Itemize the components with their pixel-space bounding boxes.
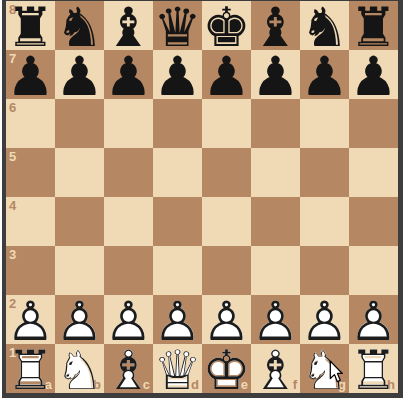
- square-c3[interactable]: [104, 246, 153, 295]
- chess-app-stage: 8♜♞♝♛♚♝♞♜7♟♟♟♟♟♟♟♟65432♟♙♟♙♟♙♟♙♟♙♟♙♟♙♟♙1…: [0, 0, 410, 402]
- square-b6[interactable]: [55, 99, 104, 148]
- piece-white-knight[interactable]: ♞♘: [300, 344, 349, 393]
- square-g1[interactable]: g♞♘: [300, 344, 349, 393]
- square-b1[interactable]: b♞♘: [55, 344, 104, 393]
- square-h8[interactable]: ♜: [349, 1, 398, 50]
- piece-white-bishop[interactable]: ♝♗: [251, 344, 300, 393]
- piece-white-pawn[interactable]: ♟♙: [104, 295, 153, 344]
- piece-white-pawn[interactable]: ♟♙: [251, 295, 300, 344]
- piece-black-bishop[interactable]: ♝: [251, 1, 300, 50]
- square-c2[interactable]: ♟♙: [104, 295, 153, 344]
- piece-white-knight[interactable]: ♞♘: [55, 344, 104, 393]
- piece-black-rook[interactable]: ♜: [349, 1, 398, 50]
- piece-black-rook[interactable]: ♜: [6, 1, 55, 50]
- square-h2[interactable]: ♟♙: [349, 295, 398, 344]
- piece-white-rook[interactable]: ♜♖: [349, 344, 398, 393]
- square-e1[interactable]: e♚♔: [202, 344, 251, 393]
- piece-black-pawn[interactable]: ♟: [202, 50, 251, 99]
- square-a7[interactable]: 7♟: [6, 50, 55, 99]
- square-f5[interactable]: [251, 148, 300, 197]
- piece-white-pawn[interactable]: ♟♙: [153, 295, 202, 344]
- square-g4[interactable]: [300, 197, 349, 246]
- square-b8[interactable]: ♞: [55, 1, 104, 50]
- rank-label-6: 6: [9, 101, 16, 114]
- chess-board[interactable]: 8♜♞♝♛♚♝♞♜7♟♟♟♟♟♟♟♟65432♟♙♟♙♟♙♟♙♟♙♟♙♟♙♟♙1…: [6, 1, 398, 393]
- piece-black-knight[interactable]: ♞: [300, 1, 349, 50]
- square-e4[interactable]: [202, 197, 251, 246]
- square-f4[interactable]: [251, 197, 300, 246]
- square-b4[interactable]: [55, 197, 104, 246]
- square-b7[interactable]: ♟: [55, 50, 104, 99]
- square-e6[interactable]: [202, 99, 251, 148]
- square-d1[interactable]: d♛♕: [153, 344, 202, 393]
- piece-black-pawn[interactable]: ♟: [349, 50, 398, 99]
- piece-white-pawn[interactable]: ♟♙: [6, 295, 55, 344]
- square-h3[interactable]: [349, 246, 398, 295]
- square-g7[interactable]: ♟: [300, 50, 349, 99]
- square-e8[interactable]: ♚: [202, 1, 251, 50]
- square-d3[interactable]: [153, 246, 202, 295]
- square-h5[interactable]: [349, 148, 398, 197]
- square-d4[interactable]: [153, 197, 202, 246]
- square-c4[interactable]: [104, 197, 153, 246]
- square-d8[interactable]: ♛: [153, 1, 202, 50]
- piece-white-pawn[interactable]: ♟♙: [55, 295, 104, 344]
- piece-black-pawn[interactable]: ♟: [55, 50, 104, 99]
- square-g8[interactable]: ♞: [300, 1, 349, 50]
- square-h1[interactable]: h♜♖: [349, 344, 398, 393]
- square-g6[interactable]: [300, 99, 349, 148]
- square-c1[interactable]: c♝♗: [104, 344, 153, 393]
- square-c8[interactable]: ♝: [104, 1, 153, 50]
- square-c7[interactable]: ♟: [104, 50, 153, 99]
- square-c6[interactable]: [104, 99, 153, 148]
- square-e5[interactable]: [202, 148, 251, 197]
- piece-black-king[interactable]: ♚: [202, 1, 251, 50]
- chess-board-frame: 8♜♞♝♛♚♝♞♜7♟♟♟♟♟♟♟♟65432♟♙♟♙♟♙♟♙♟♙♟♙♟♙♟♙1…: [2, 0, 403, 398]
- square-h7[interactable]: ♟: [349, 50, 398, 99]
- square-e3[interactable]: [202, 246, 251, 295]
- rank-label-4: 4: [9, 199, 16, 212]
- square-f2[interactable]: ♟♙: [251, 295, 300, 344]
- square-b3[interactable]: [55, 246, 104, 295]
- piece-white-bishop[interactable]: ♝♗: [104, 344, 153, 393]
- square-d2[interactable]: ♟♙: [153, 295, 202, 344]
- square-c5[interactable]: [104, 148, 153, 197]
- square-d6[interactable]: [153, 99, 202, 148]
- square-d5[interactable]: [153, 148, 202, 197]
- square-f8[interactable]: ♝: [251, 1, 300, 50]
- piece-black-pawn[interactable]: ♟: [300, 50, 349, 99]
- square-a8[interactable]: 8♜: [6, 1, 55, 50]
- square-g2[interactable]: ♟♙: [300, 295, 349, 344]
- square-a2[interactable]: 2♟♙: [6, 295, 55, 344]
- square-e7[interactable]: ♟: [202, 50, 251, 99]
- square-d7[interactable]: ♟: [153, 50, 202, 99]
- rank-label-5: 5: [9, 150, 16, 163]
- square-g5[interactable]: [300, 148, 349, 197]
- square-h4[interactable]: [349, 197, 398, 246]
- square-a5[interactable]: 5: [6, 148, 55, 197]
- square-b5[interactable]: [55, 148, 104, 197]
- piece-black-bishop[interactable]: ♝: [104, 1, 153, 50]
- rank-label-3: 3: [9, 248, 16, 261]
- piece-black-pawn[interactable]: ♟: [153, 50, 202, 99]
- piece-black-pawn[interactable]: ♟: [251, 50, 300, 99]
- square-f1[interactable]: f♝♗: [251, 344, 300, 393]
- square-a4[interactable]: 4: [6, 197, 55, 246]
- square-f6[interactable]: [251, 99, 300, 148]
- piece-black-pawn[interactable]: ♟: [6, 50, 55, 99]
- square-b2[interactable]: ♟♙: [55, 295, 104, 344]
- piece-white-pawn[interactable]: ♟♙: [202, 295, 251, 344]
- piece-black-queen[interactable]: ♛: [153, 1, 202, 50]
- square-f3[interactable]: [251, 246, 300, 295]
- square-h6[interactable]: [349, 99, 398, 148]
- square-e2[interactable]: ♟♙: [202, 295, 251, 344]
- square-g3[interactable]: [300, 246, 349, 295]
- piece-white-king[interactable]: ♚♔: [202, 344, 251, 393]
- square-f7[interactable]: ♟: [251, 50, 300, 99]
- square-a6[interactable]: 6: [6, 99, 55, 148]
- square-a3[interactable]: 3: [6, 246, 55, 295]
- piece-white-rook[interactable]: ♜♖: [6, 344, 55, 393]
- piece-white-pawn[interactable]: ♟♙: [300, 295, 349, 344]
- piece-white-pawn[interactable]: ♟♙: [349, 295, 398, 344]
- piece-black-knight[interactable]: ♞: [55, 1, 104, 50]
- square-a1[interactable]: 1a♜♖: [6, 344, 55, 393]
- piece-white-queen[interactable]: ♛♕: [153, 344, 202, 393]
- piece-black-pawn[interactable]: ♟: [104, 50, 153, 99]
